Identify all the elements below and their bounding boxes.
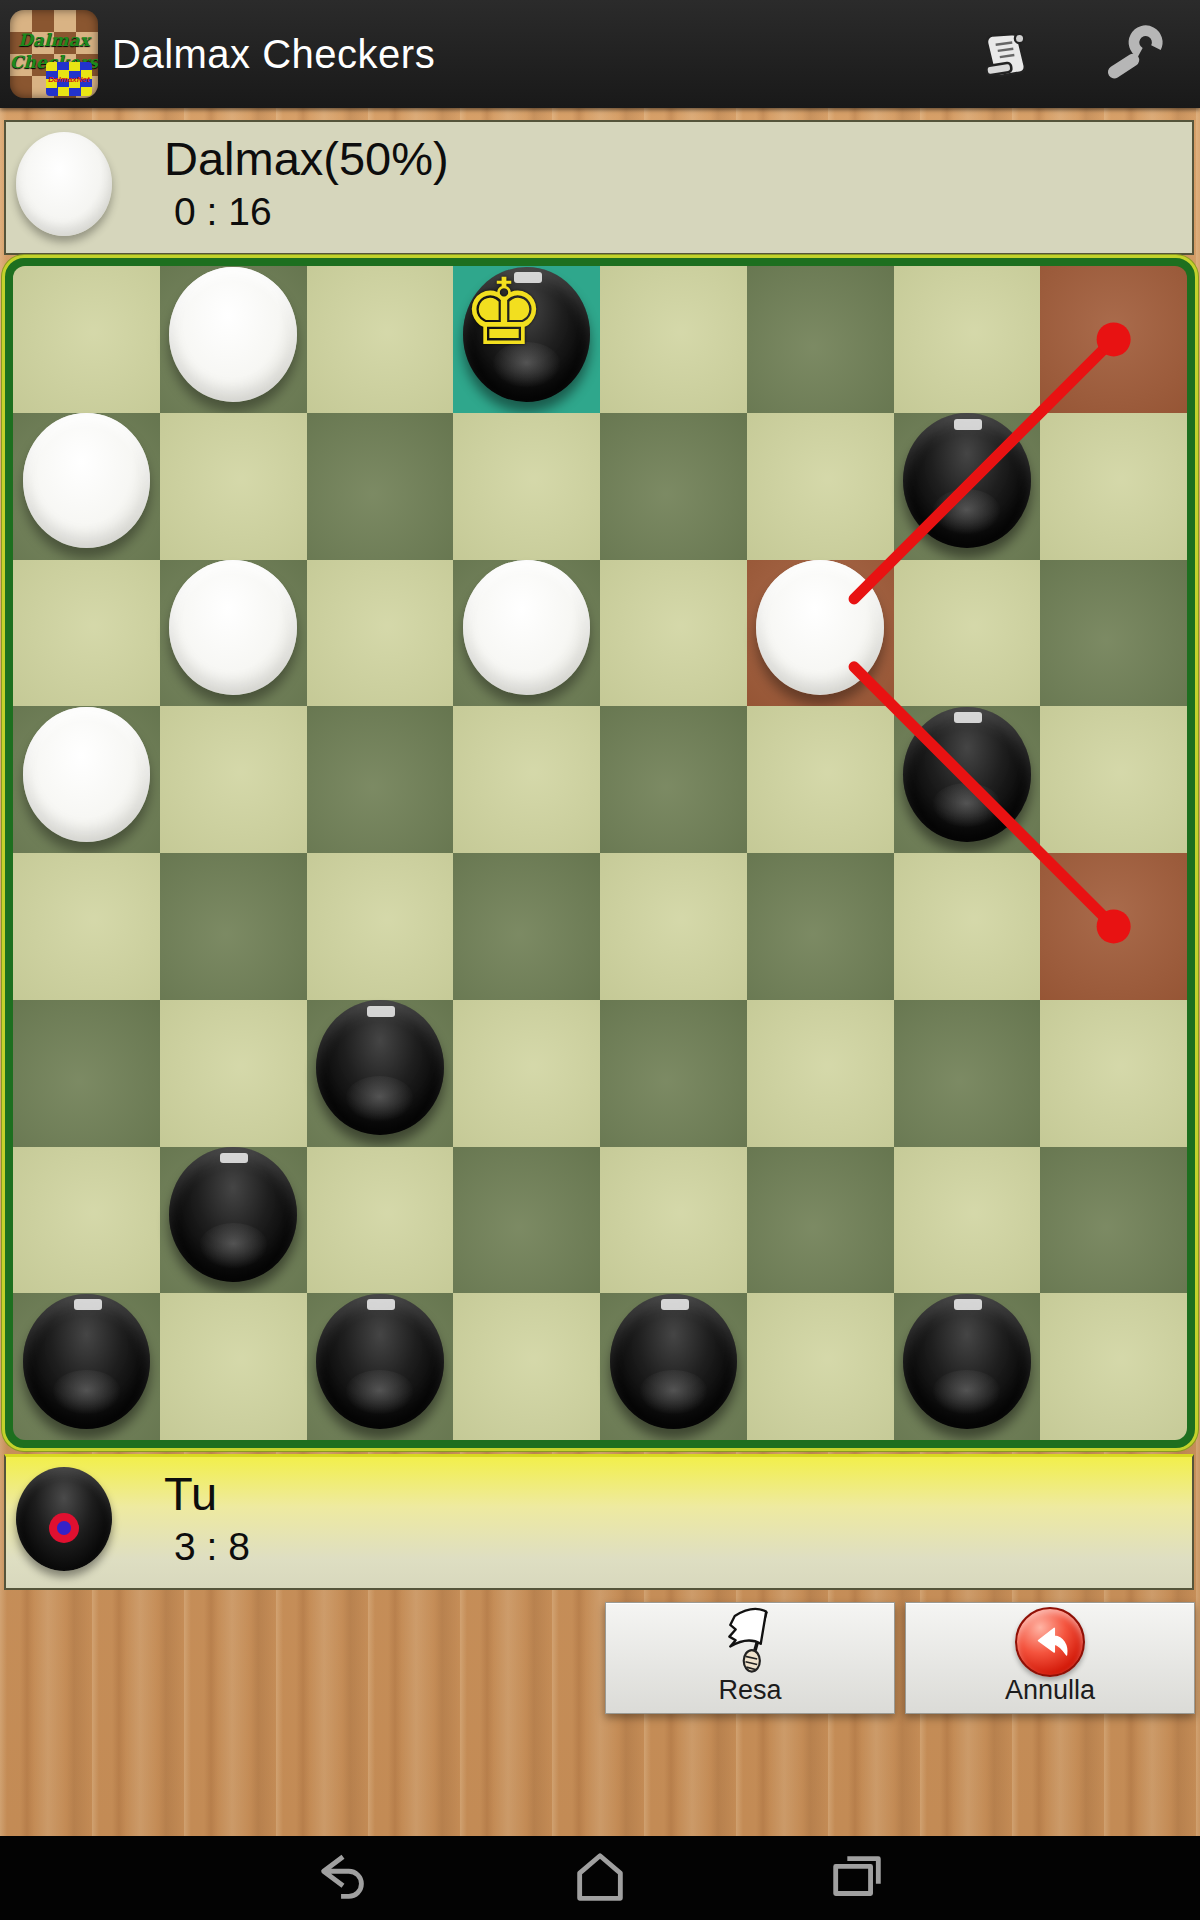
recents-button[interactable] [802,1836,912,1920]
square-r3c5[interactable] [747,706,894,853]
square-r0c3[interactable]: ♚ [453,266,600,413]
screen: Dalmax Checkers DalmaxNet Dalmax Checker… [0,0,1200,1920]
square-r3c7[interactable] [1040,706,1187,853]
moves-scroll-icon[interactable] [974,23,1036,85]
square-r4c7[interactable] [1040,853,1187,1000]
opponent-name: Dalmax(50%) [164,130,449,188]
square-r4c6[interactable] [894,853,1041,1000]
square-r4c5[interactable] [747,853,894,1000]
square-r1c5[interactable] [747,413,894,560]
white-man[interactable] [169,560,297,695]
square-r5c3[interactable] [453,1000,600,1147]
white-man[interactable] [169,267,297,402]
square-r7c5[interactable] [747,1293,894,1440]
square-r7c1[interactable] [160,1293,307,1440]
board-grid: ♚ [13,266,1187,1440]
undo-label: Annulla [1005,1675,1095,1705]
square-r4c4[interactable] [600,853,747,1000]
square-r6c0[interactable] [13,1147,160,1294]
square-r5c4[interactable] [600,1000,747,1147]
square-r3c4[interactable] [600,706,747,853]
square-r7c7[interactable] [1040,1293,1187,1440]
turn-indicator-dot [49,1513,79,1543]
square-r7c6[interactable] [894,1293,1041,1440]
square-r6c2[interactable] [307,1147,454,1294]
square-r2c1[interactable] [160,560,307,707]
black-man[interactable] [316,1294,444,1429]
square-r4c0[interactable] [13,853,160,1000]
square-r1c3[interactable] [453,413,600,560]
square-r0c5[interactable] [747,266,894,413]
square-r0c2[interactable] [307,266,454,413]
checkers-board: ♚ [2,255,1198,1451]
square-r2c4[interactable] [600,560,747,707]
action-bar-actions [974,23,1200,85]
white-man[interactable] [756,560,884,695]
square-r2c5[interactable] [747,560,894,707]
app-icon-text1: Dalmax [10,32,98,49]
square-r2c3[interactable] [453,560,600,707]
square-r0c0[interactable] [13,266,160,413]
square-r1c0[interactable] [13,413,160,560]
android-nav-bar [0,1836,1200,1920]
square-r0c6[interactable] [894,266,1041,413]
black-man[interactable] [23,1294,151,1429]
square-r3c1[interactable] [160,706,307,853]
square-r6c6[interactable] [894,1147,1041,1294]
opponent-panel: Dalmax(50%) 0 : 16 [4,120,1194,255]
board-inner: ♚ [13,266,1187,1440]
square-r1c6[interactable] [894,413,1041,560]
app-icon: Dalmax Checkers DalmaxNet [10,10,98,98]
player-clock: 3 : 8 [164,1523,250,1571]
player-info: Tu 3 : 8 [164,1465,250,1571]
square-r2c0[interactable] [13,560,160,707]
opponent-clock: 0 : 16 [164,188,449,236]
app-icon-badge: DalmaxNet [46,62,92,96]
square-r4c3[interactable] [453,853,600,1000]
undo-button[interactable]: Annulla [905,1602,1195,1714]
square-r4c1[interactable] [160,853,307,1000]
black-man[interactable] [610,1294,738,1429]
resign-label: Resa [718,1675,781,1705]
black-man[interactable] [903,1294,1031,1429]
square-r7c0[interactable] [13,1293,160,1440]
square-r3c6[interactable] [894,706,1041,853]
square-r5c2[interactable] [307,1000,454,1147]
square-r7c2[interactable] [307,1293,454,1440]
app-title: Dalmax Checkers [112,32,435,77]
undo-arrow-icon [1015,1609,1085,1675]
square-r5c0[interactable] [13,1000,160,1147]
square-r1c1[interactable] [160,413,307,560]
square-r5c1[interactable] [160,1000,307,1147]
white-man[interactable] [23,413,151,548]
player-name: Tu [164,1465,250,1523]
opponent-info: Dalmax(50%) 0 : 16 [164,130,449,236]
white-checker-icon [16,132,112,236]
square-r3c2[interactable] [307,706,454,853]
square-r0c1[interactable] [160,266,307,413]
square-r2c6[interactable] [894,560,1041,707]
square-r6c5[interactable] [747,1147,894,1294]
square-r3c0[interactable] [13,706,160,853]
back-button[interactable] [288,1836,398,1920]
square-r5c5[interactable] [747,1000,894,1147]
square-r5c6[interactable] [894,1000,1041,1147]
black-man[interactable] [169,1147,297,1282]
black-checker-icon [16,1467,112,1571]
white-man[interactable] [463,560,591,695]
square-r2c2[interactable] [307,560,454,707]
white-man[interactable] [23,707,151,842]
square-r6c4[interactable] [600,1147,747,1294]
black-king[interactable]: ♚ [463,267,591,402]
square-r6c3[interactable] [453,1147,600,1294]
king-crown-icon: ♚ [463,266,545,366]
square-r1c2[interactable] [307,413,454,560]
black-man[interactable] [903,413,1031,548]
square-r4c2[interactable] [307,853,454,1000]
square-r7c4[interactable] [600,1293,747,1440]
square-r1c4[interactable] [600,413,747,560]
player-panel: Tu 3 : 8 [4,1454,1194,1590]
resign-button[interactable]: Resa [605,1602,895,1714]
square-r0c4[interactable] [600,266,747,413]
square-r5c7[interactable] [1040,1000,1187,1147]
square-r1c7[interactable] [1040,413,1187,560]
square-r3c3[interactable] [453,706,600,853]
settings-wrench-icon[interactable] [1102,23,1164,85]
square-r6c1[interactable] [160,1147,307,1294]
square-r0c7[interactable] [1040,266,1187,413]
home-button[interactable] [545,1836,655,1920]
black-man[interactable] [903,707,1031,842]
square-r6c7[interactable] [1040,1147,1187,1294]
black-man[interactable] [316,1000,444,1135]
white-flag-icon [704,1609,796,1675]
action-bar: Dalmax Checkers DalmaxNet Dalmax Checker… [0,0,1200,108]
square-r2c7[interactable] [1040,560,1187,707]
square-r7c3[interactable] [453,1293,600,1440]
